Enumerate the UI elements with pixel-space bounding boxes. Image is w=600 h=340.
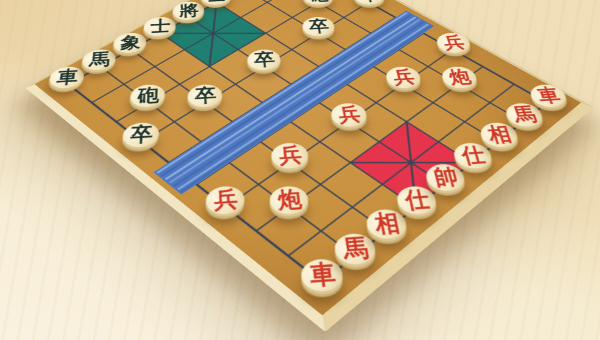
piece-black-soldier[interactable]: 卒 (116, 118, 167, 153)
piece-glyph: 士 (206, 0, 225, 3)
xiangqi-board: 車馬象士將士象馬車砲砲卒卒卒卒卒兵兵兵兵兵炮炮車馬相仕帥仕相馬車 (25, 0, 594, 332)
piece-glyph: 車 (308, 262, 337, 290)
piece-glyph: 仕 (402, 188, 431, 212)
piece-glyph: 兵 (277, 145, 302, 167)
piece-glyph: 炮 (276, 188, 302, 212)
piece-glyph: 兵 (213, 188, 238, 212)
table-surface: 車馬象士將士象馬車砲砲卒卒卒卒卒兵兵兵兵兵炮炮車馬相仕帥仕相馬車 (0, 0, 600, 340)
piece-glyph: 馬 (341, 236, 370, 262)
piece-glyph: 馬 (510, 105, 538, 125)
piece-red-soldier[interactable]: 兵 (324, 99, 374, 132)
piece-glyph: 相 (372, 212, 401, 237)
piece-glyph: 象 (119, 34, 140, 51)
piece-black-chariot[interactable]: 車 (43, 62, 91, 93)
piece-glyph: 士 (150, 18, 170, 34)
piece-glyph: 馬 (88, 51, 110, 69)
piece-glyph: 卒 (358, 0, 380, 3)
piece-red-cannon[interactable]: 炮 (435, 62, 483, 93)
pieces-layer: 車馬象士將士象馬車砲砲卒卒卒卒卒兵兵兵兵兵炮炮車馬相仕帥仕相馬車 (40, 0, 575, 310)
piece-glyph: 帥 (431, 166, 459, 189)
piece-glyph: 仕 (459, 145, 487, 167)
piece-red-soldier[interactable]: 兵 (264, 138, 316, 174)
piece-glyph: 將 (179, 3, 199, 19)
piece-glyph: 卒 (129, 125, 152, 146)
piece-glyph: 車 (534, 86, 562, 105)
piece-glyph: 卒 (253, 51, 275, 69)
piece-glyph: 兵 (391, 68, 416, 86)
piece-black-soldier[interactable]: 卒 (241, 45, 288, 74)
piece-black-cannon[interactable]: 砲 (123, 80, 172, 112)
piece-black-soldier[interactable]: 卒 (296, 13, 341, 40)
piece-black-horse[interactable]: 馬 (76, 45, 123, 74)
piece-glyph: 炮 (446, 68, 472, 86)
piece-glyph: 兵 (337, 105, 362, 125)
piece-black-soldier[interactable]: 卒 (181, 80, 230, 112)
piece-glyph: 卒 (307, 18, 329, 34)
piece-glyph: 砲 (307, 0, 328, 3)
piece-black-cannon[interactable]: 砲 (296, 0, 339, 9)
piece-glyph: 車 (55, 68, 78, 86)
piece-glyph: 相 (485, 125, 513, 146)
piece-glyph: 砲 (137, 86, 159, 105)
piece-glyph: 兵 (441, 34, 466, 51)
piece-black-soldier[interactable]: 卒 (347, 0, 390, 9)
piece-glyph: 卒 (194, 86, 216, 105)
piece-red-cannon[interactable]: 炮 (262, 181, 316, 221)
